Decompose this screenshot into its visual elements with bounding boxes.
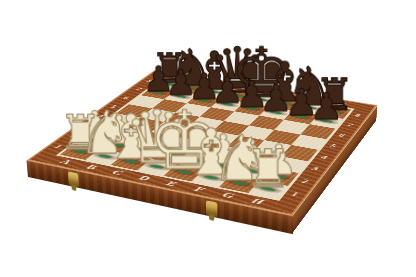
file-label-near-c: C (110, 169, 125, 176)
file-label-near-g: G (221, 191, 237, 199)
rank-label-right-4: 4 (320, 155, 328, 160)
brass-clasp-1 (68, 171, 79, 188)
rank-label-right-8: 8 (354, 113, 361, 117)
rank-label-left-7: 7 (134, 87, 142, 91)
rank-label-right-7: 7 (346, 123, 354, 127)
black-pawn-glyph: ♟ (310, 88, 343, 125)
rank-label-right-1: 1 (290, 191, 299, 197)
rank-label-right-6: 6 (338, 133, 346, 138)
rank-label-right-5: 5 (329, 144, 337, 149)
file-label-near-f: F (192, 185, 207, 193)
file-label-near-h: H (250, 197, 266, 206)
brass-clasp-2 (206, 200, 218, 218)
file-label-near-b: B (84, 163, 99, 170)
chess-set-photo: AABBCCDDEEFFGGHH1122334455667788♜♞♝♛♚♝♞♜… (0, 0, 416, 277)
white-rook-glyph: ♜ (245, 143, 292, 195)
chess-board: AABBCCDDEEFFGGHH1122334455667788♜♞♝♛♚♝♞♜… (27, 70, 377, 215)
file-label-near-e: E (164, 180, 179, 188)
rank-label-right-2: 2 (301, 179, 310, 185)
file-label-near-d: D (137, 174, 153, 182)
file-label-near-a: A (59, 158, 74, 165)
rank-label-right-3: 3 (311, 166, 320, 171)
board-scene: AABBCCDDEEFFGGHH1122334455667788♜♞♝♛♚♝♞♜… (81, 0, 345, 263)
